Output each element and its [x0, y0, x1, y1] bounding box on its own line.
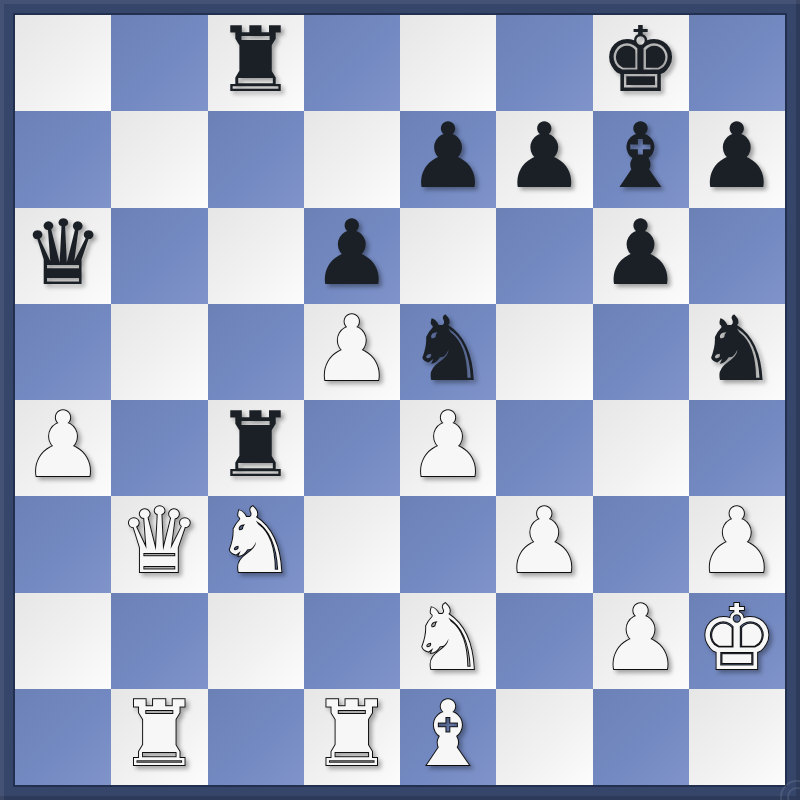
square-f4[interactable] [496, 400, 592, 496]
white-pawn-f3: ♟ [504, 496, 585, 586]
square-c8[interactable]: ♜ [208, 15, 304, 111]
black-pawn-g6: ♟ [600, 208, 681, 298]
square-d1[interactable]: ♜ [304, 689, 400, 785]
square-h7[interactable]: ♟ [689, 111, 785, 207]
square-c2[interactable] [208, 593, 304, 689]
black-king-g8: ♚ [600, 15, 681, 105]
square-b7[interactable] [111, 111, 207, 207]
square-h6[interactable] [689, 208, 785, 304]
black-queen-a6: ♛ [23, 208, 104, 298]
square-f8[interactable] [496, 15, 592, 111]
black-knight-e5: ♞ [408, 304, 489, 394]
black-pawn-h7: ♟ [697, 111, 778, 201]
square-g6[interactable]: ♟ [593, 208, 689, 304]
square-e6[interactable] [400, 208, 496, 304]
square-c6[interactable] [208, 208, 304, 304]
square-e3[interactable] [400, 496, 496, 592]
square-d8[interactable] [304, 15, 400, 111]
square-d3[interactable] [304, 496, 400, 592]
square-b8[interactable] [111, 15, 207, 111]
square-d4[interactable] [304, 400, 400, 496]
square-h5[interactable]: ♞ [689, 304, 785, 400]
square-b6[interactable] [111, 208, 207, 304]
white-bishop-e1: ♝ [408, 689, 489, 779]
white-king-h2: ♚ [697, 593, 778, 683]
square-h2[interactable]: ♚ [689, 593, 785, 689]
white-pawn-h3: ♟ [697, 496, 778, 586]
square-c4[interactable]: ♜ [208, 400, 304, 496]
square-f1[interactable] [496, 689, 592, 785]
square-d7[interactable] [304, 111, 400, 207]
white-knight-e2: ♞ [408, 593, 489, 683]
white-pawn-e4: ♟ [408, 400, 489, 490]
square-g7[interactable]: ♝ [593, 111, 689, 207]
square-e8[interactable] [400, 15, 496, 111]
square-b4[interactable] [111, 400, 207, 496]
chess-board: ♜♚♟♟♝♟♛♟♟♟♞♞♟♜♟♛♞♟♟♞♟♚♜♜♝ [15, 15, 785, 785]
white-pawn-a4: ♟ [23, 400, 104, 490]
square-h3[interactable]: ♟ [689, 496, 785, 592]
square-a8[interactable] [15, 15, 111, 111]
square-h1[interactable] [689, 689, 785, 785]
black-rook-c8: ♜ [215, 15, 296, 105]
square-a7[interactable] [15, 111, 111, 207]
square-g4[interactable] [593, 400, 689, 496]
square-c3[interactable]: ♞ [208, 496, 304, 592]
white-rook-d1: ♜ [312, 689, 393, 779]
black-pawn-d6: ♟ [312, 208, 393, 298]
black-bishop-g7: ♝ [600, 111, 681, 201]
square-e7[interactable]: ♟ [400, 111, 496, 207]
square-a5[interactable] [15, 304, 111, 400]
square-a4[interactable]: ♟ [15, 400, 111, 496]
square-d5[interactable]: ♟ [304, 304, 400, 400]
square-f6[interactable] [496, 208, 592, 304]
square-b5[interactable] [111, 304, 207, 400]
square-f7[interactable]: ♟ [496, 111, 592, 207]
square-g5[interactable] [593, 304, 689, 400]
square-d2[interactable] [304, 593, 400, 689]
square-a3[interactable] [15, 496, 111, 592]
white-pawn-g2: ♟ [600, 593, 681, 683]
square-f2[interactable] [496, 593, 592, 689]
square-h4[interactable] [689, 400, 785, 496]
square-d6[interactable]: ♟ [304, 208, 400, 304]
square-c1[interactable] [208, 689, 304, 785]
square-e2[interactable]: ♞ [400, 593, 496, 689]
board-frame: ♜♚♟♟♝♟♛♟♟♟♞♞♟♜♟♛♞♟♟♞♟♚♜♜♝ [0, 0, 800, 800]
square-a6[interactable]: ♛ [15, 208, 111, 304]
white-knight-c3: ♞ [215, 496, 296, 586]
square-b3[interactable]: ♛ [111, 496, 207, 592]
square-g2[interactable]: ♟ [593, 593, 689, 689]
square-g1[interactable] [593, 689, 689, 785]
square-a1[interactable] [15, 689, 111, 785]
square-c7[interactable] [208, 111, 304, 207]
black-pawn-f7: ♟ [504, 111, 585, 201]
black-rook-c4: ♜ [215, 400, 296, 490]
black-pawn-e7: ♟ [408, 111, 489, 201]
white-rook-b1: ♜ [119, 689, 200, 779]
square-e5[interactable]: ♞ [400, 304, 496, 400]
white-queen-b3: ♛ [119, 496, 200, 586]
white-pawn-d5: ♟ [312, 304, 393, 394]
square-c5[interactable] [208, 304, 304, 400]
square-e4[interactable]: ♟ [400, 400, 496, 496]
square-g8[interactable]: ♚ [593, 15, 689, 111]
square-e1[interactable]: ♝ [400, 689, 496, 785]
square-b2[interactable] [111, 593, 207, 689]
black-knight-h5: ♞ [697, 304, 778, 394]
square-f3[interactable]: ♟ [496, 496, 592, 592]
square-h8[interactable] [689, 15, 785, 111]
square-g3[interactable] [593, 496, 689, 592]
square-f5[interactable] [496, 304, 592, 400]
square-b1[interactable]: ♜ [111, 689, 207, 785]
square-a2[interactable] [15, 593, 111, 689]
